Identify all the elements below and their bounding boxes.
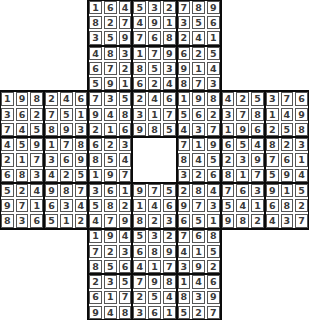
- empty-space: [29, 274, 44, 289]
- cell-r9c3: 5: [30, 123, 43, 136]
- cell-r3c13: 2: [178, 31, 191, 44]
- empty-space: [221, 259, 236, 274]
- empty-space: [29, 244, 44, 259]
- cell-r11c15: 5: [207, 153, 220, 166]
- cell-r13c16: 7: [222, 184, 235, 197]
- cell-r20c14: 3: [192, 291, 205, 304]
- cell-r9c12: 5: [163, 123, 176, 136]
- empty-space: [44, 259, 59, 274]
- cell-r14c4: 6: [45, 199, 58, 212]
- cell-r13c15: 4: [207, 184, 220, 197]
- cell-r9c5: 9: [60, 123, 73, 136]
- cell-r10c20: 2: [281, 138, 294, 151]
- empty-space: [294, 244, 309, 259]
- cell-r19c13: 1: [178, 275, 191, 288]
- empty-space: [294, 274, 309, 289]
- cell-r12c13: 3: [178, 169, 191, 182]
- empty-space: [221, 274, 236, 289]
- cell-r17c11: 8: [148, 245, 161, 258]
- empty-space: [74, 305, 89, 320]
- cell-r18c14: 9: [192, 260, 205, 273]
- empty-space: [132, 137, 147, 152]
- empty-space: [44, 229, 59, 244]
- cell-r10c9: 3: [119, 138, 132, 151]
- empty-space: [280, 244, 295, 259]
- cell-r9c10: 9: [133, 123, 146, 136]
- cell-r18c11: 1: [148, 260, 161, 273]
- cell-r7c17: 2: [236, 92, 249, 105]
- empty-space: [15, 15, 30, 30]
- empty-space: [221, 290, 236, 305]
- cell-r12c2: 8: [16, 169, 29, 182]
- cell-r9c21: 8: [295, 123, 308, 136]
- cell-r15c12: 3: [163, 214, 176, 227]
- cell-r18c15: 2: [207, 260, 220, 273]
- cell-r9c17: 9: [236, 123, 249, 136]
- cell-r14c15: 3: [207, 199, 220, 212]
- cell-r18c13: 3: [178, 260, 191, 273]
- cell-r7c8: 3: [104, 92, 117, 105]
- empty-space: [15, 30, 30, 45]
- empty-space: [235, 305, 250, 320]
- empty-space: [280, 305, 295, 320]
- cell-r13c12: 5: [163, 184, 176, 197]
- empty-space: [147, 152, 162, 167]
- cell-r12c4: 4: [45, 169, 58, 182]
- cell-r2c14: 5: [192, 16, 205, 29]
- empty-space: [265, 259, 280, 274]
- cell-r10c16: 6: [222, 138, 235, 151]
- empty-space: [59, 259, 74, 274]
- empty-space: [250, 15, 265, 30]
- cell-r5c7: 6: [89, 62, 102, 75]
- cell-r8c20: 4: [281, 108, 294, 121]
- cell-r7c16: 4: [222, 92, 235, 105]
- empty-space: [162, 137, 177, 152]
- cell-r7c4: 2: [45, 92, 58, 105]
- empty-space: [0, 61, 15, 76]
- cell-r16c9: 4: [119, 230, 132, 243]
- cell-r2c15: 6: [207, 16, 220, 29]
- cell-r10c13: 7: [178, 138, 191, 151]
- cell-r9c15: 7: [207, 123, 220, 136]
- empty-space: [44, 0, 59, 15]
- cell-r14c9: 2: [119, 199, 132, 212]
- cell-r9c19: 2: [266, 123, 279, 136]
- cell-r15c5: 1: [60, 214, 73, 227]
- cell-r9c1: 7: [1, 123, 14, 136]
- cell-r19c8: 3: [104, 275, 117, 288]
- empty-space: [74, 259, 89, 274]
- cell-r15c11: 2: [148, 214, 161, 227]
- cell-r3c7: 3: [89, 31, 102, 44]
- empty-space: [235, 61, 250, 76]
- empty-space: [265, 305, 280, 320]
- cell-r12c16: 8: [222, 169, 235, 182]
- empty-space: [221, 229, 236, 244]
- cell-r1c10: 5: [133, 1, 146, 14]
- cell-r14c17: 4: [236, 199, 249, 212]
- cell-r8c9: 8: [119, 108, 132, 121]
- cell-r13c20: 1: [281, 184, 294, 197]
- empty-space: [59, 0, 74, 15]
- cell-r21c13: 5: [178, 306, 191, 319]
- cell-r5c8: 7: [104, 62, 117, 75]
- cell-r6c10: 6: [133, 77, 146, 90]
- empty-space: [74, 0, 89, 15]
- cell-r8c18: 8: [251, 108, 264, 121]
- empty-space: [15, 274, 30, 289]
- cell-r15c1: 8: [1, 214, 14, 227]
- cell-r12c19: 5: [266, 169, 279, 182]
- empty-space: [221, 30, 236, 45]
- cell-r10c14: 1: [192, 138, 205, 151]
- cell-r10c2: 5: [16, 138, 29, 151]
- cell-r15c18: 2: [251, 214, 264, 227]
- cell-r14c3: 1: [30, 199, 43, 212]
- cell-r12c9: 7: [119, 169, 132, 182]
- cell-r15c19: 4: [266, 214, 279, 227]
- cell-r2c12: 1: [163, 16, 176, 29]
- cell-r3c15: 1: [207, 31, 220, 44]
- empty-space: [294, 61, 309, 76]
- cell-r15c9: 9: [119, 214, 132, 227]
- cell-r15c7: 4: [89, 214, 102, 227]
- cell-r21c9: 8: [119, 306, 132, 319]
- cell-r12c17: 1: [236, 169, 249, 182]
- cell-r8c16: 3: [222, 108, 235, 121]
- empty-space: [280, 0, 295, 15]
- cell-r13c7: 3: [89, 184, 102, 197]
- cell-r13c14: 8: [192, 184, 205, 197]
- cell-r9c6: 3: [75, 123, 88, 136]
- cell-r7c5: 4: [60, 92, 73, 105]
- cell-r11c9: 4: [119, 153, 132, 166]
- cell-r8c13: 5: [178, 108, 191, 121]
- cell-r14c7: 5: [89, 199, 102, 212]
- empty-space: [59, 15, 74, 30]
- cell-r17c10: 6: [133, 245, 146, 258]
- cell-r10c19: 8: [266, 138, 279, 151]
- empty-space: [280, 229, 295, 244]
- cell-r11c21: 1: [295, 153, 308, 166]
- cell-r8c2: 6: [16, 108, 29, 121]
- empty-space: [59, 244, 74, 259]
- empty-space: [0, 244, 15, 259]
- cell-r2c11: 9: [148, 16, 161, 29]
- cell-r18c10: 4: [133, 260, 146, 273]
- cell-r16c14: 6: [192, 230, 205, 243]
- cell-r8c5: 5: [60, 108, 73, 121]
- cell-r15c17: 8: [236, 214, 249, 227]
- cell-r14c16: 5: [222, 199, 235, 212]
- empty-space: [250, 244, 265, 259]
- cell-r8c12: 7: [163, 108, 176, 121]
- cell-r9c20: 5: [281, 123, 294, 136]
- empty-space: [235, 229, 250, 244]
- cell-r12c20: 9: [281, 169, 294, 182]
- cell-r16c7: 1: [89, 230, 102, 243]
- cell-r13c5: 8: [60, 184, 73, 197]
- empty-space: [15, 229, 30, 244]
- empty-space: [44, 244, 59, 259]
- cell-r16c10: 5: [133, 230, 146, 243]
- cell-r13c8: 6: [104, 184, 117, 197]
- empty-space: [235, 46, 250, 61]
- cell-r7c14: 9: [192, 92, 205, 105]
- cell-r5c12: 3: [163, 62, 176, 75]
- empty-space: [59, 290, 74, 305]
- cell-r19c7: 2: [89, 275, 102, 288]
- cell-r6c11: 2: [148, 77, 161, 90]
- empty-space: [294, 46, 309, 61]
- cell-r16c12: 2: [163, 230, 176, 243]
- empty-space: [15, 76, 30, 91]
- cell-r19c9: 5: [119, 275, 132, 288]
- empty-space: [59, 305, 74, 320]
- cell-r16c13: 7: [178, 230, 191, 243]
- empty-space: [250, 30, 265, 45]
- cell-r14c10: 1: [133, 199, 146, 212]
- empty-space: [15, 305, 30, 320]
- empty-space: [0, 15, 15, 30]
- cell-r4c11: 7: [148, 47, 161, 60]
- empty-space: [294, 305, 309, 320]
- cell-r20c11: 5: [148, 291, 161, 304]
- cell-r2c7: 8: [89, 16, 102, 29]
- cell-r2c9: 7: [119, 16, 132, 29]
- cell-r3c10: 7: [133, 31, 146, 44]
- empty-space: [235, 290, 250, 305]
- cell-r14c21: 2: [295, 199, 308, 212]
- cell-r10c4: 1: [45, 138, 58, 151]
- empty-space: [74, 15, 89, 30]
- empty-space: [221, 46, 236, 61]
- empty-space: [29, 290, 44, 305]
- cell-r10c3: 9: [30, 138, 43, 151]
- cell-r14c18: 1: [251, 199, 264, 212]
- empty-space: [29, 0, 44, 15]
- empty-space: [44, 15, 59, 30]
- empty-space: [250, 76, 265, 91]
- cell-r9c13: 4: [178, 123, 191, 136]
- cell-r7c3: 8: [30, 92, 43, 105]
- cell-r8c8: 4: [104, 108, 117, 121]
- cell-r20c13: 8: [178, 291, 191, 304]
- cell-r7c18: 5: [251, 92, 264, 105]
- cell-r1c12: 2: [163, 1, 176, 14]
- cell-r21c10: 3: [133, 306, 146, 319]
- cell-r15c15: 1: [207, 214, 220, 227]
- cell-r13c1: 5: [1, 184, 14, 197]
- empty-space: [59, 61, 74, 76]
- empty-space: [280, 76, 295, 91]
- empty-space: [29, 61, 44, 76]
- cell-r12c21: 4: [295, 169, 308, 182]
- cell-r1c7: 1: [89, 1, 102, 14]
- empty-space: [265, 0, 280, 15]
- empty-space: [15, 244, 30, 259]
- cell-r7c7: 7: [89, 92, 102, 105]
- cell-r2c13: 3: [178, 16, 191, 29]
- cell-r17c15: 5: [207, 245, 220, 258]
- cell-r10c17: 5: [236, 138, 249, 151]
- empty-space: [280, 61, 295, 76]
- cell-r12c18: 7: [251, 169, 264, 182]
- cell-r6c14: 7: [192, 77, 205, 90]
- empty-space: [0, 76, 15, 91]
- cell-r12c8: 9: [104, 169, 117, 182]
- empty-space: [235, 274, 250, 289]
- empty-space: [0, 259, 15, 274]
- empty-space: [74, 229, 89, 244]
- cell-r9c11: 8: [148, 123, 161, 136]
- empty-space: [294, 259, 309, 274]
- cell-r1c14: 8: [192, 1, 205, 14]
- empty-space: [294, 30, 309, 45]
- cell-r11c8: 5: [104, 153, 117, 166]
- empty-space: [221, 61, 236, 76]
- empty-space: [250, 290, 265, 305]
- cell-r7c12: 6: [163, 92, 176, 105]
- cell-r15c4: 5: [45, 214, 58, 227]
- cell-r7c15: 8: [207, 92, 220, 105]
- empty-space: [44, 61, 59, 76]
- empty-space: [265, 274, 280, 289]
- cell-r8c14: 6: [192, 108, 205, 121]
- cell-r15c10: 8: [133, 214, 146, 227]
- cell-r6c9: 1: [119, 77, 132, 90]
- empty-space: [29, 15, 44, 30]
- cell-r4c7: 4: [89, 47, 102, 60]
- cell-r9c7: 2: [89, 123, 102, 136]
- empty-space: [265, 61, 280, 76]
- empty-space: [250, 61, 265, 76]
- cell-r8c10: 3: [133, 108, 146, 121]
- cell-r12c6: 5: [75, 169, 88, 182]
- empty-space: [44, 305, 59, 320]
- cell-r1c15: 9: [207, 1, 220, 14]
- cell-r14c5: 3: [60, 199, 73, 212]
- cell-r6c15: 3: [207, 77, 220, 90]
- cell-r18c8: 5: [104, 260, 117, 273]
- cell-r21c11: 6: [148, 306, 161, 319]
- empty-space: [15, 61, 30, 76]
- empty-space: [280, 46, 295, 61]
- empty-space: [0, 0, 15, 15]
- cell-r20c9: 7: [119, 291, 132, 304]
- cell-r13c18: 3: [251, 184, 264, 197]
- cell-r11c7: 8: [89, 153, 102, 166]
- cell-r7c11: 4: [148, 92, 161, 105]
- empty-space: [74, 290, 89, 305]
- cell-r7c20: 7: [281, 92, 294, 105]
- cell-r8c11: 1: [148, 108, 161, 121]
- empty-space: [44, 76, 59, 91]
- empty-space: [132, 168, 147, 183]
- cell-r3c11: 6: [148, 31, 161, 44]
- cell-r6c8: 9: [104, 77, 117, 90]
- cell-r6c13: 8: [178, 77, 191, 90]
- empty-space: [44, 46, 59, 61]
- empty-space: [221, 305, 236, 320]
- cell-r4c14: 2: [192, 47, 205, 60]
- cell-r10c1: 4: [1, 138, 14, 151]
- cell-r5c13: 9: [178, 62, 191, 75]
- cell-r16c8: 9: [104, 230, 117, 243]
- empty-space: [15, 46, 30, 61]
- empty-space: [162, 152, 177, 167]
- cell-r12c7: 1: [89, 169, 102, 182]
- cell-r11c4: 3: [45, 153, 58, 166]
- empty-space: [221, 0, 236, 15]
- cell-r13c21: 5: [295, 184, 308, 197]
- empty-space: [132, 152, 147, 167]
- cell-r12c14: 2: [192, 169, 205, 182]
- empty-space: [44, 274, 59, 289]
- cell-r10c15: 9: [207, 138, 220, 151]
- empty-space: [59, 30, 74, 45]
- empty-space: [74, 244, 89, 259]
- empty-space: [74, 61, 89, 76]
- cell-r7c19: 3: [266, 92, 279, 105]
- cell-r7c2: 9: [16, 92, 29, 105]
- cell-r18c7: 8: [89, 260, 102, 273]
- empty-space: [235, 76, 250, 91]
- cell-r14c2: 7: [16, 199, 29, 212]
- cell-r10c8: 2: [104, 138, 117, 151]
- empty-space: [29, 259, 44, 274]
- cell-r3c9: 9: [119, 31, 132, 44]
- cell-r11c18: 9: [251, 153, 264, 166]
- cell-r14c12: 6: [163, 199, 176, 212]
- cell-r11c16: 2: [222, 153, 235, 166]
- cell-r5c15: 4: [207, 62, 220, 75]
- empty-space: [162, 168, 177, 183]
- empty-space: [280, 274, 295, 289]
- empty-space: [250, 46, 265, 61]
- empty-space: [74, 76, 89, 91]
- cell-r4c12: 9: [163, 47, 176, 60]
- cell-r11c1: 2: [1, 153, 14, 166]
- cell-r19c10: 7: [133, 275, 146, 288]
- cell-r13c3: 4: [30, 184, 43, 197]
- empty-space: [250, 274, 265, 289]
- cell-r10c6: 8: [75, 138, 88, 151]
- empty-space: [29, 229, 44, 244]
- cell-r11c17: 3: [236, 153, 249, 166]
- cell-r10c21: 3: [295, 138, 308, 151]
- empty-space: [265, 229, 280, 244]
- empty-space: [235, 244, 250, 259]
- cell-r15c16: 9: [222, 214, 235, 227]
- cell-r1c11: 3: [148, 1, 161, 14]
- empty-space: [221, 76, 236, 91]
- empty-space: [221, 15, 236, 30]
- cell-r15c6: 2: [75, 214, 88, 227]
- empty-space: [147, 137, 162, 152]
- empty-space: [294, 290, 309, 305]
- empty-space: [29, 46, 44, 61]
- cell-r8c4: 7: [45, 108, 58, 121]
- cell-r15c8: 7: [104, 214, 117, 227]
- cell-r15c2: 3: [16, 214, 29, 227]
- cell-r9c8: 1: [104, 123, 117, 136]
- cell-r21c15: 7: [207, 306, 220, 319]
- cell-r11c6: 9: [75, 153, 88, 166]
- cell-r17c9: 3: [119, 245, 132, 258]
- cell-r8c1: 3: [1, 108, 14, 121]
